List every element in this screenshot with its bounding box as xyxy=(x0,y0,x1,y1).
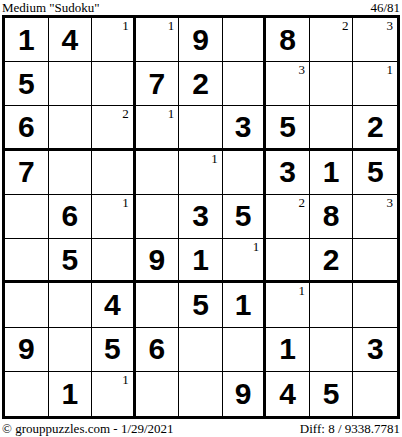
cell-r1c9[interactable]: 3 xyxy=(353,18,397,62)
cell-value: 1 xyxy=(18,25,35,55)
cell-value: 5 xyxy=(104,334,121,364)
cell-r9c1[interactable] xyxy=(5,372,49,416)
cell-r3c3[interactable]: 2 xyxy=(92,106,136,150)
cell-r1c2[interactable]: 4 xyxy=(49,18,93,62)
cell-value: 1 xyxy=(323,157,340,187)
cell-value: 8 xyxy=(323,201,340,231)
cell-r8c9[interactable]: 3 xyxy=(353,328,397,372)
cell-r7c2[interactable] xyxy=(49,283,93,327)
cell-r5c5[interactable]: 3 xyxy=(179,195,223,239)
pencil-mark: 1 xyxy=(168,107,175,121)
cell-r5c3[interactable]: 1 xyxy=(92,195,136,239)
sudoku-page: Medium "Sudoku" 46/81 141198235723162135… xyxy=(0,0,402,437)
cell-r3c8[interactable] xyxy=(310,106,354,150)
cell-value: 7 xyxy=(18,157,35,187)
cell-value: 6 xyxy=(18,112,35,142)
cell-r3c6[interactable]: 3 xyxy=(223,106,267,150)
cell-r2c2[interactable] xyxy=(49,62,93,106)
cell-value: 9 xyxy=(149,245,166,275)
cell-r2c5[interactable]: 2 xyxy=(179,62,223,106)
cell-r4c5[interactable]: 1 xyxy=(179,151,223,195)
cell-r4c6[interactable] xyxy=(223,151,267,195)
cell-r6c3[interactable] xyxy=(92,239,136,283)
pencil-mark: 2 xyxy=(122,107,129,121)
cell-r5c4[interactable] xyxy=(136,195,180,239)
footer: © grouppuzzles.com - 1/29/2021 Diff: 8 /… xyxy=(0,419,402,437)
cell-r1c5[interactable]: 9 xyxy=(179,18,223,62)
cell-r2c3[interactable] xyxy=(92,62,136,106)
cell-r6c7[interactable] xyxy=(266,239,310,283)
cell-r7c6[interactable]: 1 xyxy=(223,283,267,327)
cell-r7c3[interactable]: 4 xyxy=(92,283,136,327)
cell-value: 5 xyxy=(323,379,340,409)
cell-r6c5[interactable]: 1 xyxy=(179,239,223,283)
cell-value: 5 xyxy=(367,157,384,187)
cell-r9c9[interactable] xyxy=(353,372,397,416)
cell-value: 3 xyxy=(192,201,209,231)
pencil-mark: 2 xyxy=(298,196,305,210)
cell-value: 3 xyxy=(235,112,252,142)
cell-r9c3[interactable]: 1 xyxy=(92,372,136,416)
pencil-mark: 1 xyxy=(122,196,129,210)
cell-r8c6[interactable] xyxy=(223,328,267,372)
pencil-mark: 3 xyxy=(298,63,305,77)
cell-r6c4[interactable]: 9 xyxy=(136,239,180,283)
pencil-mark: 3 xyxy=(387,196,394,210)
difficulty-text: Diff: 8 / 9338.7781 xyxy=(300,422,400,435)
cell-r3c9[interactable]: 2 xyxy=(353,106,397,150)
cell-r6c1[interactable] xyxy=(5,239,49,283)
page-title: Medium "Sudoku" xyxy=(2,1,100,14)
cell-value: 3 xyxy=(279,157,296,187)
cell-r6c8[interactable]: 2 xyxy=(310,239,354,283)
cell-r7c1[interactable] xyxy=(5,283,49,327)
pencil-mark: 1 xyxy=(387,63,394,77)
pencil-mark: 1 xyxy=(298,284,305,298)
cell-value: 4 xyxy=(279,379,296,409)
cell-value: 1 xyxy=(235,290,252,320)
cell-r8c3[interactable]: 5 xyxy=(92,328,136,372)
cell-r9c5[interactable] xyxy=(179,372,223,416)
cell-r1c3[interactable]: 1 xyxy=(92,18,136,62)
cell-value: 8 xyxy=(279,25,296,55)
pencil-mark: 1 xyxy=(211,152,218,166)
progress-counter: 46/81 xyxy=(370,1,400,14)
cell-value: 4 xyxy=(61,25,78,55)
cell-value: 2 xyxy=(367,112,384,142)
cell-r3c7[interactable]: 5 xyxy=(266,106,310,150)
cell-r9c8[interactable]: 5 xyxy=(310,372,354,416)
cell-value: 3 xyxy=(367,334,384,364)
cell-r5c9[interactable]: 3 xyxy=(353,195,397,239)
cell-value: 2 xyxy=(192,69,209,99)
cell-r8c2[interactable] xyxy=(49,328,93,372)
cell-r2c1[interactable]: 5 xyxy=(5,62,49,106)
cell-value: 6 xyxy=(149,334,166,364)
cell-value: 2 xyxy=(323,245,340,275)
cell-value: 6 xyxy=(61,201,78,231)
cell-r7c7[interactable]: 1 xyxy=(266,283,310,327)
cell-value: 5 xyxy=(18,69,35,99)
cell-r5c8[interactable]: 8 xyxy=(310,195,354,239)
pencil-mark: 2 xyxy=(342,19,349,33)
cell-value: 9 xyxy=(192,25,209,55)
cell-r3c1[interactable]: 6 xyxy=(5,106,49,150)
cell-value: 1 xyxy=(192,245,209,275)
pencil-mark: 1 xyxy=(122,19,129,33)
cell-r4c4[interactable] xyxy=(136,151,180,195)
cell-r2c4[interactable]: 7 xyxy=(136,62,180,106)
pencil-mark: 1 xyxy=(253,240,260,254)
cell-r7c4[interactable] xyxy=(136,283,180,327)
cell-value: 1 xyxy=(279,334,296,364)
cell-r9c4[interactable] xyxy=(136,372,180,416)
cell-r1c6[interactable] xyxy=(223,18,267,62)
cell-value: 9 xyxy=(18,334,35,364)
header: Medium "Sudoku" 46/81 xyxy=(0,0,402,15)
cell-r5c1[interactable] xyxy=(5,195,49,239)
sudoku-board: 1411982357231621352713156135283591124511… xyxy=(2,15,400,419)
cell-r4c7[interactable]: 3 xyxy=(266,151,310,195)
cell-r6c9[interactable] xyxy=(353,239,397,283)
cell-r4c9[interactable]: 5 xyxy=(353,151,397,195)
cell-value: 5 xyxy=(279,112,296,142)
cell-r7c5[interactable]: 5 xyxy=(179,283,223,327)
cell-r8c1[interactable]: 9 xyxy=(5,328,49,372)
cell-r4c2[interactable] xyxy=(49,151,93,195)
pencil-mark: 3 xyxy=(387,19,394,33)
cell-r1c7[interactable]: 8 xyxy=(266,18,310,62)
cell-value: 5 xyxy=(192,290,209,320)
cell-r7c8[interactable] xyxy=(310,283,354,327)
cell-r8c8[interactable] xyxy=(310,328,354,372)
cell-r4c1[interactable]: 7 xyxy=(5,151,49,195)
cell-r2c7[interactable]: 3 xyxy=(266,62,310,106)
cell-value: 5 xyxy=(61,245,78,275)
cell-r5c2[interactable]: 6 xyxy=(49,195,93,239)
cell-r6c6[interactable]: 1 xyxy=(223,239,267,283)
cell-r2c6[interactable] xyxy=(223,62,267,106)
cell-r8c5[interactable] xyxy=(179,328,223,372)
cell-value: 9 xyxy=(235,379,252,409)
cell-r7c9[interactable] xyxy=(353,283,397,327)
cell-r5c6[interactable]: 5 xyxy=(223,195,267,239)
cell-r1c4[interactable]: 1 xyxy=(136,18,180,62)
cell-value: 7 xyxy=(149,69,166,99)
cell-value: 4 xyxy=(104,290,121,320)
cell-r8c7[interactable]: 1 xyxy=(266,328,310,372)
cell-r6c2[interactable]: 5 xyxy=(49,239,93,283)
cell-r2c8[interactable] xyxy=(310,62,354,106)
cell-value: 1 xyxy=(61,379,78,409)
pencil-mark: 1 xyxy=(168,19,175,33)
cell-r1c8[interactable]: 2 xyxy=(310,18,354,62)
cell-r8c4[interactable]: 6 xyxy=(136,328,180,372)
cell-r9c6[interactable]: 9 xyxy=(223,372,267,416)
cell-value: 5 xyxy=(235,201,252,231)
cell-r2c9[interactable]: 1 xyxy=(353,62,397,106)
cell-r1c1[interactable]: 1 xyxy=(5,18,49,62)
copyright-text: © grouppuzzles.com - 1/29/2021 xyxy=(2,422,174,435)
cell-r3c4[interactable]: 1 xyxy=(136,106,180,150)
cell-r4c3[interactable] xyxy=(92,151,136,195)
pencil-mark: 1 xyxy=(122,373,129,387)
cell-r3c2[interactable] xyxy=(49,106,93,150)
cell-r4c8[interactable]: 1 xyxy=(310,151,354,195)
cell-r9c7[interactable]: 4 xyxy=(266,372,310,416)
cell-r3c5[interactable] xyxy=(179,106,223,150)
cell-r9c2[interactable]: 1 xyxy=(49,372,93,416)
cell-r5c7[interactable]: 2 xyxy=(266,195,310,239)
